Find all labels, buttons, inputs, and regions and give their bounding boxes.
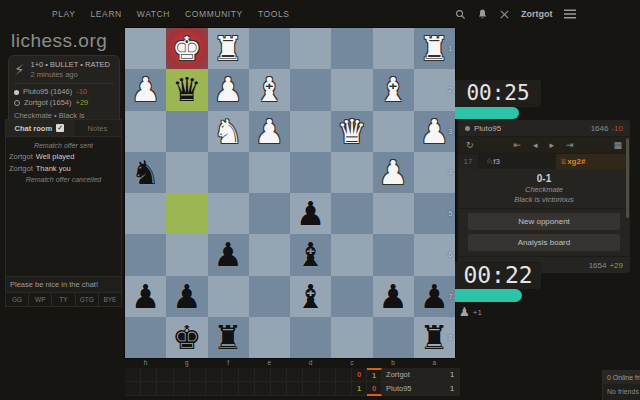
piece-white-B-b2[interactable]: ♝ — [378, 69, 408, 110]
square-f6[interactable]: ♟ — [208, 234, 249, 275]
square-a8[interactable]: ♜ — [414, 317, 455, 358]
crosstable-empty-cell — [255, 368, 271, 382]
material-advantage: ♟ +1 — [459, 305, 482, 319]
crosstable-empty-cell — [206, 368, 222, 382]
square-g1[interactable]: ♚ — [166, 28, 207, 69]
crosstable-empty-cell — [336, 382, 352, 396]
square-g5[interactable] — [166, 193, 207, 234]
square-e8[interactable] — [249, 317, 290, 358]
quick-chat-gg[interactable]: GG — [6, 293, 28, 306]
crosstable-empty-cell — [287, 368, 303, 382]
chat-room-label: Chat room — [15, 124, 53, 133]
piece-black-P-b7[interactable]: ♟ — [378, 276, 408, 317]
black-move-current[interactable]: ♕xg2# — [556, 154, 630, 169]
divider — [14, 83, 114, 84]
crosstable-empty-cell — [190, 382, 206, 396]
crosstable-empty-cell — [303, 382, 319, 396]
piece-white-P-e3[interactable]: ♟ — [255, 111, 285, 152]
crosstable-empty-cell — [157, 368, 173, 382]
nav-item-watch[interactable]: WATCH — [137, 9, 170, 19]
panel-player-top: Pluto95 1646 -10 — [458, 120, 630, 136]
crosstable-empty-cell — [222, 382, 238, 396]
piece-white-K-g1[interactable]: ♚ — [172, 28, 202, 69]
clock-black: 00:25 — [455, 80, 541, 107]
square-c5[interactable] — [331, 193, 372, 234]
crosstable-empty-cell — [125, 368, 141, 382]
file-label-f: f — [208, 358, 249, 368]
pluto95-status-dot — [465, 126, 470, 131]
nav-item-learn[interactable]: LEARN — [91, 9, 122, 19]
square-g8[interactable]: ♚ — [166, 317, 207, 358]
new-opponent-button[interactable]: New opponent — [468, 213, 620, 230]
file-label-a: a — [414, 358, 455, 368]
result-status-2: Black is victorious — [458, 195, 630, 204]
square-f2[interactable]: ♟ — [208, 69, 249, 110]
search-icon[interactable] — [455, 9, 466, 20]
square-c4[interactable] — [331, 152, 372, 193]
file-label-e: e — [249, 358, 290, 368]
piece-white-N-f3[interactable]: ♞ — [213, 111, 243, 152]
panel-player-top-name[interactable]: Pluto95 — [474, 124, 501, 133]
previous-move-icon[interactable]: ◂ — [533, 140, 538, 150]
quick-chat-bye[interactable]: BYE — [98, 293, 121, 306]
crosstable-empty-cell — [320, 382, 336, 396]
online-friends-panel: 0 Online friends No friends online — [602, 370, 640, 400]
square-e7[interactable] — [249, 276, 290, 317]
file-label-c: c — [331, 358, 372, 368]
white-color-dot — [14, 90, 19, 95]
piece-white-P-h2[interactable]: ♟ — [131, 69, 161, 110]
piece-black-B-d6[interactable]: ♝ — [296, 234, 326, 275]
crosstable-empty-cell — [174, 382, 190, 396]
chat-tabs: Chat room ✓ Notes — [6, 120, 121, 137]
crosstable-empty-cell — [271, 382, 287, 396]
time-control: 1+0 • BULLET • RATED — [31, 60, 110, 69]
challenges-icon[interactable] — [499, 9, 510, 20]
square-a7[interactable]: ♟ — [414, 276, 455, 317]
lichess-app: PLAYLEARNWATCHCOMMUNITYTOOLS Zortgot lic… — [0, 0, 640, 400]
piece-black-P-d5[interactable]: ♟ — [296, 193, 326, 234]
file-label-d: d — [290, 358, 331, 368]
square-b4[interactable]: ♟ — [373, 152, 414, 193]
crosstable-empty-cell — [222, 368, 238, 382]
nav-item-tools[interactable]: TOOLS — [258, 9, 290, 19]
black-rating-delta: +29 — [76, 98, 89, 108]
next-move-icon[interactable]: ▸ — [550, 140, 555, 150]
white-move[interactable]: ♘f3 — [478, 157, 556, 166]
crosstable-player-name[interactable]: Zortgot — [382, 368, 445, 382]
square-a5[interactable] — [414, 193, 455, 234]
crosstable-empty-cell — [141, 382, 157, 396]
square-f4[interactable] — [208, 152, 249, 193]
square-e3[interactable]: ♟ — [249, 111, 290, 152]
square-b8[interactable] — [373, 317, 414, 358]
last-move-icon[interactable]: ⇥ — [566, 140, 574, 150]
square-e5[interactable] — [249, 193, 290, 234]
white-player-line: Pluto95 (1646) -10 — [14, 87, 114, 97]
piece-white-R-a1[interactable]: ♜ — [420, 28, 450, 69]
material-count: +1 — [473, 308, 482, 317]
crosstable-empty-cell — [141, 368, 157, 382]
first-move-icon[interactable]: ⇤ — [513, 140, 521, 150]
piece-white-P-a3[interactable]: ♟ — [420, 111, 450, 152]
clock-white-time-bar — [455, 289, 522, 302]
square-a6[interactable] — [414, 234, 455, 275]
tab-chat-room[interactable]: Chat room ✓ — [6, 120, 74, 136]
square-d5[interactable]: ♟ — [290, 193, 331, 234]
square-e1[interactable] — [249, 28, 290, 69]
notifications-bell-icon[interactable] — [477, 8, 488, 20]
piece-black-Q-g2[interactable]: ♛ — [172, 69, 202, 110]
black-player-line: Zortgot (1654) +29 — [14, 98, 114, 108]
square-f7[interactable] — [208, 276, 249, 317]
top-nav: PLAYLEARNWATCHCOMMUNITYTOOLS Zortgot — [0, 0, 640, 28]
square-g3[interactable] — [166, 111, 207, 152]
crosstable-player-name[interactable]: Pluto95 — [382, 382, 445, 396]
crosstable-empty-cell — [239, 368, 255, 382]
piece-black-P-g7[interactable]: ♟ — [172, 276, 202, 317]
quick-chat-gtg[interactable]: GTG — [75, 293, 98, 306]
crosstable-empty-cell — [125, 382, 141, 396]
square-c7[interactable] — [331, 276, 372, 317]
square-b7[interactable]: ♟ — [373, 276, 414, 317]
move-number: 17 — [458, 154, 478, 169]
crosstable-empty-cell — [255, 382, 271, 396]
piece-black-B-d7[interactable]: ♝ — [296, 276, 326, 317]
square-d1[interactable] — [290, 28, 331, 69]
square-d8[interactable] — [290, 317, 331, 358]
crosstable-row-zortgot: 01Zortgot1 — [125, 368, 460, 382]
black-player-name[interactable]: Zortgot (1654) — [24, 98, 72, 108]
chat-user-message: ZortgotThank you — [9, 164, 118, 173]
square-f5[interactable] — [208, 193, 249, 234]
square-h3[interactable] — [125, 111, 166, 152]
game-age: 2 minutes ago — [31, 70, 110, 79]
square-h7[interactable]: ♟ — [125, 276, 166, 317]
panel-player-bottom-rating: 1654 — [589, 261, 607, 270]
crosstable-empty-cell — [174, 368, 190, 382]
crosstable-total: 1 — [445, 368, 460, 382]
captured-pawn-icon: ♟ — [459, 305, 470, 319]
square-h5[interactable] — [125, 193, 166, 234]
piece-black-K-g8[interactable]: ♚ — [172, 317, 202, 358]
chat-user-message: ZortgotWell played — [9, 152, 118, 161]
square-g4[interactable] — [166, 152, 207, 193]
move-list-row: 17 ♘f3 ♕xg2# — [458, 154, 630, 169]
square-c3[interactable]: ♛ — [331, 111, 372, 152]
square-c6[interactable] — [331, 234, 372, 275]
square-b6[interactable] — [373, 234, 414, 275]
square-a4[interactable] — [414, 152, 455, 193]
notes-label: Notes — [88, 124, 108, 133]
no-friends-text: No friends online — [603, 384, 640, 400]
piece-black-R-a8[interactable]: ♜ — [420, 317, 450, 358]
square-b2[interactable]: ♝ — [373, 69, 414, 110]
file-label-b: b — [373, 358, 414, 368]
bullet-lightning-icon: ⚡ — [14, 61, 25, 79]
black-color-dot — [14, 100, 20, 106]
chat-toggle-checkbox[interactable]: ✓ — [56, 124, 64, 132]
crosstable-score[interactable]: 1 — [352, 382, 367, 396]
square-e4[interactable] — [249, 152, 290, 193]
piece-white-Q-c3[interactable]: ♛ — [337, 111, 367, 152]
tab-notes[interactable]: Notes — [74, 120, 121, 136]
crosstable-empty-cell — [206, 382, 222, 396]
square-e2[interactable]: ♝ — [249, 69, 290, 110]
quick-chat-wp[interactable]: WP — [28, 293, 51, 306]
square-h8[interactable] — [125, 317, 166, 358]
piece-black-P-f6[interactable]: ♟ — [213, 234, 243, 275]
file-coordinates: hgfedcba — [125, 358, 455, 368]
crosstable-empty-cell — [287, 382, 303, 396]
chat-input[interactable] — [6, 276, 121, 292]
analysis-board-button[interactable]: Analysis board — [468, 234, 620, 251]
square-a3[interactable]: ♟ — [414, 111, 455, 152]
white-player-name[interactable]: Pluto95 (1646) — [23, 87, 72, 97]
move-nav-bar: ↻ ⇤ ◂ ▸ ⇥ ▦ — [458, 136, 630, 154]
square-f1[interactable]: ♜ — [208, 28, 249, 69]
crosstable-empty-cell — [303, 368, 319, 382]
username[interactable]: Zortgot — [521, 9, 553, 19]
chat-messages: Rematch offer sentZortgotWell playedZort… — [6, 137, 121, 276]
online-friends-header[interactable]: 0 Online friends — [603, 371, 640, 384]
square-a1[interactable]: ♜ — [414, 28, 455, 69]
analysis-icon[interactable]: ▦ — [613, 140, 622, 150]
crosstable-score[interactable]: 0 — [352, 368, 367, 382]
piece-white-P-f2[interactable]: ♟ — [213, 69, 243, 110]
board: ♚♜♜♟♛♟♝♝♞♟♛♟♞♟♟♟♝♟♟♝♟♟♚♜♜ — [125, 28, 455, 358]
square-e6[interactable] — [249, 234, 290, 275]
square-g2[interactable]: ♛ — [166, 69, 207, 110]
square-f8[interactable]: ♜ — [208, 317, 249, 358]
piece-black-N-h4[interactable]: ♞ — [131, 152, 161, 193]
quick-chat-buttons: GGWPTYGTGBYE — [6, 292, 121, 306]
chat-author[interactable]: Zortgot — [9, 152, 33, 161]
piece-black-P-a7[interactable]: ♟ — [420, 276, 450, 317]
nav-item-community[interactable]: COMMUNITY — [185, 9, 243, 19]
square-g6[interactable] — [166, 234, 207, 275]
crosstable-empty-cell — [157, 382, 173, 396]
clock-white: 00:22 — [455, 261, 541, 289]
crosstable-empty-cell — [271, 368, 287, 382]
crosstable-empty-cell — [320, 368, 336, 382]
crosstable-empty-cell — [336, 368, 352, 382]
clock-black-time-bar — [455, 107, 519, 119]
piece-white-B-e2[interactable]: ♝ — [255, 69, 285, 110]
square-d6[interactable]: ♝ — [290, 234, 331, 275]
chat-panel: Chat room ✓ Notes Rematch offer sentZort… — [5, 119, 122, 307]
result-block: 0-1 Checkmate Black is victorious — [458, 169, 630, 209]
square-b5[interactable] — [373, 193, 414, 234]
square-h1[interactable] — [125, 28, 166, 69]
chat-author[interactable]: Zortgot — [9, 164, 33, 173]
square-d4[interactable] — [290, 152, 331, 193]
square-d7[interactable]: ♝ — [290, 276, 331, 317]
lichess-logo[interactable]: lichess.org — [11, 30, 107, 52]
quick-chat-ty[interactable]: TY — [51, 293, 74, 306]
game-side-panel: Pluto95 1646 -10 ↻ ⇤ ◂ ▸ ⇥ ▦ 17 ♘f3 ♕xg2… — [458, 120, 630, 273]
square-h6[interactable] — [125, 234, 166, 275]
panel-player-bottom-delta: +29 — [609, 261, 623, 270]
square-b3[interactable] — [373, 111, 414, 152]
result-status-1: Checkmate — [458, 185, 630, 194]
nav-right: Zortgot — [455, 0, 576, 28]
square-d2[interactable] — [290, 69, 331, 110]
crosstable-empty-cell — [190, 368, 206, 382]
piece-black-R-f8[interactable]: ♜ — [213, 317, 243, 358]
nav-item-play[interactable]: PLAY — [52, 9, 76, 19]
white-rating-delta: -10 — [76, 87, 87, 97]
crosstable-total: 1 — [445, 382, 460, 396]
panel-player-top-rating: 1646 — [591, 124, 609, 133]
panel-scrollbar[interactable] — [626, 138, 629, 218]
piece-black-P-h7[interactable]: ♟ — [131, 276, 161, 317]
square-h4[interactable]: ♞ — [125, 152, 166, 193]
chat-system-message: Rematch offer cancelled — [9, 176, 118, 183]
square-d3[interactable] — [290, 111, 331, 152]
main-menu: PLAYLEARNWATCHCOMMUNITYTOOLS — [52, 0, 290, 28]
hamburger-menu-icon[interactable] — [564, 9, 576, 19]
chat-system-message: Rematch offer sent — [9, 142, 118, 149]
file-label-g: g — [166, 358, 207, 368]
file-label-h: h — [125, 358, 166, 368]
square-g7[interactable]: ♟ — [166, 276, 207, 317]
piece-white-P-b4[interactable]: ♟ — [378, 152, 408, 193]
crosstable-row-pluto95: 10Pluto951 — [125, 382, 460, 396]
crosstable-score[interactable]: 0 — [367, 382, 382, 396]
square-c2[interactable] — [331, 69, 372, 110]
square-f3[interactable]: ♞ — [208, 111, 249, 152]
result-score: 0-1 — [458, 173, 630, 184]
crosstable-empty-cell — [239, 382, 255, 396]
square-b1[interactable] — [373, 28, 414, 69]
crosstable-score[interactable]: 1 — [367, 368, 382, 382]
square-c8[interactable] — [331, 317, 372, 358]
square-h2[interactable]: ♟ — [125, 69, 166, 110]
panel-player-top-delta: -10 — [611, 124, 623, 133]
square-c1[interactable] — [331, 28, 372, 69]
square-a2[interactable] — [414, 69, 455, 110]
replay-icon[interactable]: ↻ — [466, 140, 474, 150]
crosstable: 01Zortgot110Pluto951 — [125, 368, 460, 396]
piece-white-R-f1[interactable]: ♜ — [213, 28, 243, 69]
